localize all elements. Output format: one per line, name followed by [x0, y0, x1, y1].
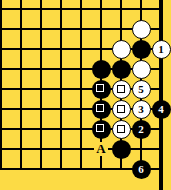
- square-mark: [117, 125, 125, 133]
- white-stone: [132, 20, 151, 39]
- black-stone: [112, 140, 131, 159]
- black-stone: [132, 40, 151, 59]
- black-stone: [92, 60, 111, 79]
- move-number-label: 3: [138, 104, 144, 115]
- square-mark: [117, 105, 125, 113]
- black-stone: 4: [152, 100, 171, 119]
- grid-line-v-3: [60, 0, 62, 170]
- black-stone: [92, 80, 111, 99]
- white-stone: [132, 60, 151, 79]
- move-number-label: 2: [138, 124, 144, 135]
- black-stone: 6: [132, 160, 151, 179]
- move-number-label: 6: [138, 164, 144, 175]
- square-mark: [96, 104, 104, 112]
- white-stone: 1: [152, 40, 171, 59]
- board-edge-line: [159, 0, 163, 190]
- white-stone: 3: [132, 100, 151, 119]
- move-number-label: 5: [138, 84, 144, 95]
- black-stone: [92, 120, 111, 139]
- go-board[interactable]: 153426A: [0, 0, 171, 190]
- white-stone: [112, 80, 131, 99]
- move-number-label: 1: [158, 44, 164, 55]
- grid-line-v-4: [80, 0, 82, 170]
- grid-line-v-2: [40, 0, 42, 170]
- white-stone: [112, 100, 131, 119]
- square-mark: [96, 124, 104, 132]
- square-mark: [117, 85, 125, 93]
- move-number-label: 4: [158, 104, 164, 115]
- white-stone: [112, 40, 131, 59]
- grid-line-v-1: [20, 0, 22, 170]
- square-mark: [96, 84, 104, 92]
- point-label-a: A: [94, 142, 108, 156]
- white-stone: 5: [132, 80, 151, 99]
- grid-line-v-0: [0, 0, 2, 170]
- black-stone: [92, 100, 111, 119]
- black-stone: [112, 60, 131, 79]
- white-stone: [112, 120, 131, 139]
- black-stone: 2: [132, 120, 151, 139]
